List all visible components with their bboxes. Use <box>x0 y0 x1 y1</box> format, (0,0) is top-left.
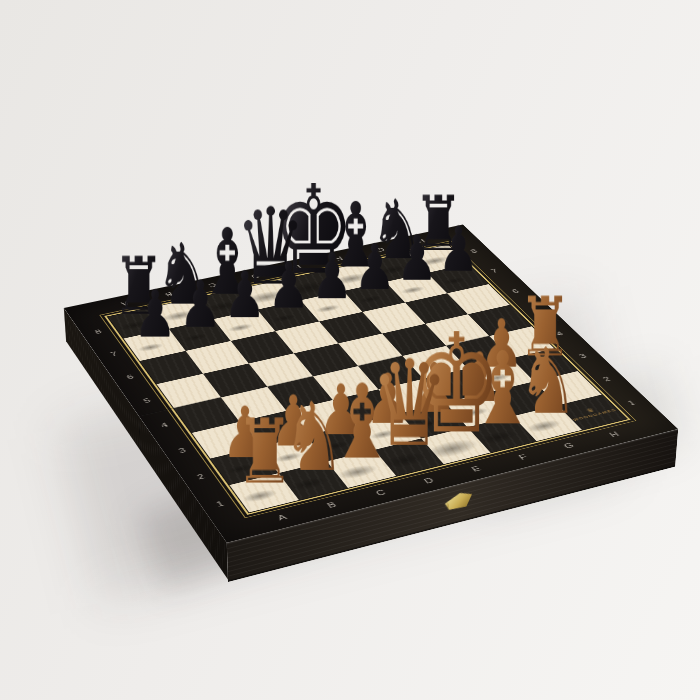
chess-board-3d: AABBCCDDEEFFGGHH1122334455667788 ♛ WOODG… <box>64 224 678 542</box>
white-rook-a1[interactable]: ♜ <box>208 407 321 496</box>
fold-seam-side <box>139 416 142 452</box>
scene: AABBCCDDEEFFGGHH1122334455667788 ♛ WOODG… <box>0 0 700 700</box>
brass-clasp-icon <box>445 490 473 512</box>
